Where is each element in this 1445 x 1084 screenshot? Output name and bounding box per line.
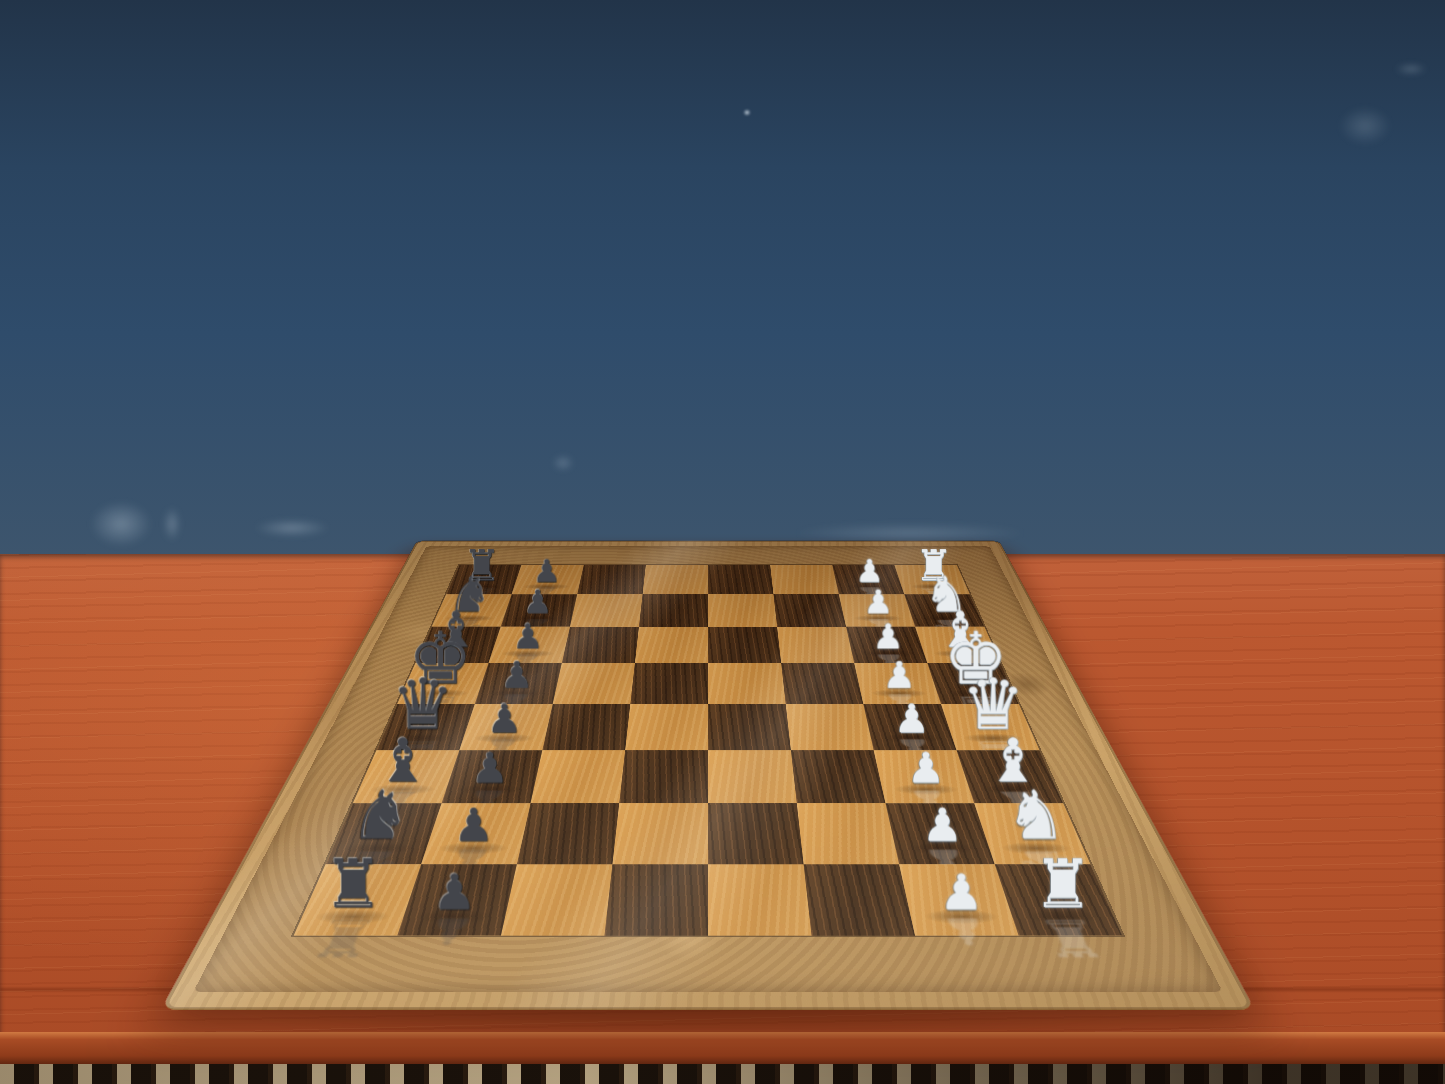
square-b4[interactable]: [708, 803, 804, 864]
piece-black-rook-a8[interactable]: ♜: [323, 853, 383, 916]
piece-white-pawn-e2[interactable]: ♟: [883, 658, 916, 693]
square-e6[interactable]: [553, 663, 635, 704]
square-b6[interactable]: [517, 803, 619, 864]
square-f3[interactable]: [777, 627, 854, 663]
square-a4[interactable]: [708, 864, 812, 935]
piece-black-pawn-a7[interactable]: ♟: [433, 869, 477, 916]
wall: [0, 0, 1445, 556]
piece-black-pawn-g7[interactable]: ♟: [523, 587, 553, 618]
wall-scuff: [1330, 100, 1400, 152]
piece-white-pawn-b2[interactable]: ♟: [922, 804, 963, 847]
square-c4[interactable]: [708, 750, 797, 803]
square-b5[interactable]: [612, 803, 708, 864]
square-f4[interactable]: [708, 627, 781, 663]
board-grid: ♜♜♟♟♟♟♜♜♞♞♟♟♟♟♞♞♝♝♟♟♟♟♝♝♚♚♟♟♟♟♚♚♛♛♟♟♟♟♛♛…: [294, 565, 1122, 936]
square-e5[interactable]: [630, 663, 708, 704]
square-g4[interactable]: [708, 594, 777, 627]
slatted-front-shadow: [0, 1064, 1445, 1084]
square-d3[interactable]: [786, 704, 874, 750]
square-d5[interactable]: [625, 704, 708, 750]
square-h3[interactable]: [770, 565, 839, 594]
square-b7[interactable]: ♟♟: [421, 803, 530, 864]
square-g6[interactable]: [570, 594, 643, 627]
piece-reflection: ♟: [423, 913, 478, 948]
square-c5[interactable]: [619, 750, 708, 803]
square-h4[interactable]: [708, 565, 773, 594]
square-h5[interactable]: [643, 565, 708, 594]
piece-black-pawn-d7[interactable]: ♟: [487, 700, 522, 737]
piece-white-pawn-a2[interactable]: ♟: [939, 869, 983, 916]
piece-black-pawn-e7[interactable]: ♟: [500, 658, 533, 693]
piece-black-knight-b8[interactable]: ♞: [350, 784, 410, 848]
piece-white-rook-a1[interactable]: ♜: [1033, 853, 1093, 916]
square-g5[interactable]: [639, 594, 708, 627]
square-a3[interactable]: [804, 864, 916, 935]
wall-scuff: [242, 516, 342, 540]
piece-black-pawn-b7[interactable]: ♟: [453, 804, 494, 847]
wall-scuff: [78, 492, 164, 556]
piece-white-knight-b1[interactable]: ♞: [1006, 784, 1066, 848]
square-b3[interactable]: [797, 803, 899, 864]
square-d4[interactable]: [708, 704, 791, 750]
square-f5[interactable]: [635, 627, 708, 663]
piece-white-pawn-c2[interactable]: ♟: [907, 749, 945, 789]
square-e3[interactable]: [781, 663, 863, 704]
piece-black-pawn-c7[interactable]: ♟: [471, 749, 509, 789]
table-front-edge: [0, 1032, 1445, 1066]
square-d6[interactable]: [542, 704, 630, 750]
square-a6[interactable]: [501, 864, 613, 935]
square-g3[interactable]: [773, 594, 846, 627]
wall-scuff: [548, 452, 578, 474]
square-e4[interactable]: [708, 663, 786, 704]
square-c7[interactable]: ♟♟: [442, 750, 543, 803]
square-h6[interactable]: [577, 565, 646, 594]
piece-white-pawn-d2[interactable]: ♟: [894, 700, 929, 737]
wall-scuff: [1390, 62, 1432, 76]
piece-white-pawn-g2[interactable]: ♟: [863, 587, 893, 618]
square-c2[interactable]: ♟♟: [874, 750, 975, 803]
square-c3[interactable]: [791, 750, 886, 803]
piece-black-pawn-f7[interactable]: ♟: [512, 620, 543, 653]
wall-scuff: [160, 500, 184, 548]
piece-white-pawn-f2[interactable]: ♟: [872, 620, 903, 653]
square-c6[interactable]: [530, 750, 625, 803]
wall-speck: [742, 108, 752, 117]
square-f6[interactable]: [562, 627, 639, 663]
square-a5[interactable]: [604, 864, 708, 935]
